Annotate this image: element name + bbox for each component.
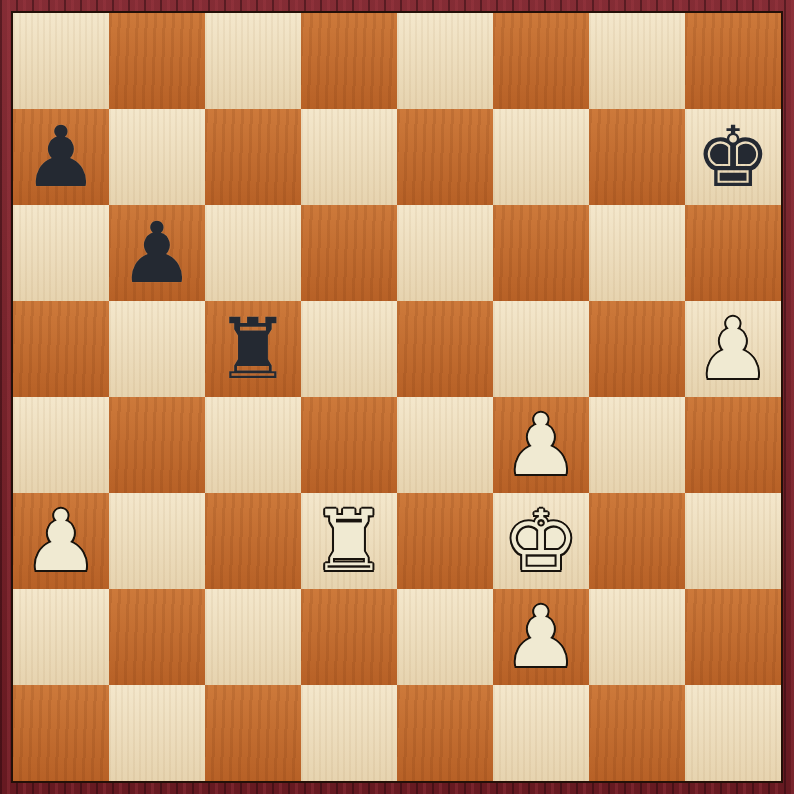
square-f2[interactable]: ♟	[493, 589, 589, 685]
square-b5[interactable]	[109, 301, 205, 397]
square-c8[interactable]	[205, 13, 301, 109]
square-d6[interactable]	[301, 205, 397, 301]
square-g4[interactable]	[589, 397, 685, 493]
square-b2[interactable]	[109, 589, 205, 685]
square-a5[interactable]	[13, 301, 109, 397]
square-a6[interactable]	[13, 205, 109, 301]
square-f5[interactable]	[493, 301, 589, 397]
square-a3[interactable]: ♟	[13, 493, 109, 589]
square-d5[interactable]	[301, 301, 397, 397]
square-e3[interactable]	[397, 493, 493, 589]
white-king: ♚	[503, 493, 578, 589]
white-pawn: ♟	[503, 397, 578, 493]
square-g5[interactable]	[589, 301, 685, 397]
white-pawn: ♟	[503, 589, 578, 685]
chess-board: ♟♚♟♜♟♟♟♜♚♟	[13, 13, 781, 781]
square-c3[interactable]	[205, 493, 301, 589]
square-c4[interactable]	[205, 397, 301, 493]
square-c7[interactable]	[205, 109, 301, 205]
square-e7[interactable]	[397, 109, 493, 205]
square-f7[interactable]	[493, 109, 589, 205]
square-a1[interactable]	[13, 685, 109, 781]
square-e5[interactable]	[397, 301, 493, 397]
square-b4[interactable]	[109, 397, 205, 493]
square-h6[interactable]	[685, 205, 781, 301]
white-pawn: ♟	[23, 493, 98, 589]
white-pawn: ♟	[695, 301, 770, 397]
square-c6[interactable]	[205, 205, 301, 301]
board-inner-border: ♟♚♟♜♟♟♟♜♚♟	[11, 11, 783, 783]
square-c5[interactable]: ♜	[205, 301, 301, 397]
square-f6[interactable]	[493, 205, 589, 301]
black-rook: ♜	[215, 301, 290, 397]
square-d4[interactable]	[301, 397, 397, 493]
square-g1[interactable]	[589, 685, 685, 781]
square-h1[interactable]	[685, 685, 781, 781]
square-h8[interactable]	[685, 13, 781, 109]
square-h4[interactable]	[685, 397, 781, 493]
square-g8[interactable]	[589, 13, 685, 109]
square-g3[interactable]	[589, 493, 685, 589]
square-f1[interactable]	[493, 685, 589, 781]
square-a7[interactable]: ♟	[13, 109, 109, 205]
square-b7[interactable]	[109, 109, 205, 205]
square-d3[interactable]: ♜	[301, 493, 397, 589]
square-a8[interactable]	[13, 13, 109, 109]
square-f8[interactable]	[493, 13, 589, 109]
square-h7[interactable]: ♚	[685, 109, 781, 205]
square-c2[interactable]	[205, 589, 301, 685]
square-e1[interactable]	[397, 685, 493, 781]
square-b1[interactable]	[109, 685, 205, 781]
square-f3[interactable]: ♚	[493, 493, 589, 589]
square-d1[interactable]	[301, 685, 397, 781]
square-f4[interactable]: ♟	[493, 397, 589, 493]
square-e8[interactable]	[397, 13, 493, 109]
black-king: ♚	[695, 109, 770, 205]
square-a2[interactable]	[13, 589, 109, 685]
square-b6[interactable]: ♟	[109, 205, 205, 301]
square-d2[interactable]	[301, 589, 397, 685]
square-h2[interactable]	[685, 589, 781, 685]
black-pawn: ♟	[119, 205, 194, 301]
square-e6[interactable]	[397, 205, 493, 301]
square-h5[interactable]: ♟	[685, 301, 781, 397]
square-d8[interactable]	[301, 13, 397, 109]
square-b3[interactable]	[109, 493, 205, 589]
square-g6[interactable]	[589, 205, 685, 301]
square-a4[interactable]	[13, 397, 109, 493]
square-e4[interactable]	[397, 397, 493, 493]
black-pawn: ♟	[23, 109, 98, 205]
square-e2[interactable]	[397, 589, 493, 685]
square-c1[interactable]	[205, 685, 301, 781]
square-d7[interactable]	[301, 109, 397, 205]
square-g7[interactable]	[589, 109, 685, 205]
square-g2[interactable]	[589, 589, 685, 685]
board-frame: ♟♚♟♜♟♟♟♜♚♟	[0, 0, 794, 794]
square-b8[interactable]	[109, 13, 205, 109]
square-h3[interactable]	[685, 493, 781, 589]
white-rook: ♜	[311, 493, 386, 589]
